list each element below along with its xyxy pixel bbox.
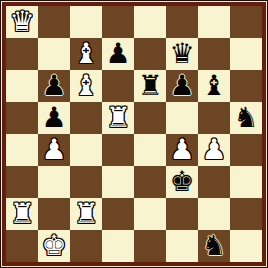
square-h4[interactable]: [230, 134, 262, 166]
square-b6[interactable]: ♟: [38, 70, 70, 102]
piece-white-rook: ♜: [9, 198, 34, 230]
piece-black-queen: ♛: [169, 38, 194, 70]
square-f7[interactable]: ♛: [166, 38, 198, 70]
piece-white-rook: ♜: [73, 198, 98, 230]
piece-black-pawn: ♟: [41, 102, 66, 134]
piece-black-king: ♚: [169, 166, 194, 198]
square-a1[interactable]: [6, 230, 38, 262]
piece-black-pawn: ♟: [105, 38, 130, 70]
square-h8[interactable]: [230, 6, 262, 38]
square-a4[interactable]: [6, 134, 38, 166]
square-b5[interactable]: ♟: [38, 102, 70, 134]
piece-black-pawn: ♟: [169, 70, 194, 102]
square-f1[interactable]: [166, 230, 198, 262]
square-a8[interactable]: ♛: [6, 6, 38, 38]
square-d7[interactable]: ♟: [102, 38, 134, 70]
chessboard-frame: ♛♝♟♛♟♝♜♟♝♟♜♞♟♟♟♚♜♜♚♞: [0, 0, 268, 268]
square-a2[interactable]: ♜: [6, 198, 38, 230]
piece-black-knight: ♞: [233, 102, 258, 134]
piece-black-pawn: ♟: [41, 70, 66, 102]
square-h6[interactable]: [230, 70, 262, 102]
square-e1[interactable]: [134, 230, 166, 262]
square-e6[interactable]: ♜: [134, 70, 166, 102]
piece-black-bishop: ♝: [201, 70, 226, 102]
square-g5[interactable]: [198, 102, 230, 134]
square-b7[interactable]: [38, 38, 70, 70]
square-g3[interactable]: [198, 166, 230, 198]
square-g1[interactable]: ♞: [198, 230, 230, 262]
square-f5[interactable]: [166, 102, 198, 134]
square-a3[interactable]: [6, 166, 38, 198]
square-c4[interactable]: [70, 134, 102, 166]
chessboard: ♛♝♟♛♟♝♜♟♝♟♜♞♟♟♟♚♜♜♚♞: [6, 6, 262, 262]
square-a5[interactable]: [6, 102, 38, 134]
square-c6[interactable]: ♝: [70, 70, 102, 102]
piece-white-rook: ♜: [105, 102, 130, 134]
square-h3[interactable]: [230, 166, 262, 198]
square-c7[interactable]: ♝: [70, 38, 102, 70]
piece-white-king: ♚: [41, 230, 66, 262]
square-f3[interactable]: ♚: [166, 166, 198, 198]
square-d8[interactable]: [102, 6, 134, 38]
piece-black-rook: ♜: [137, 70, 162, 102]
chessboard-inner-frame: ♛♝♟♛♟♝♜♟♝♟♜♞♟♟♟♚♜♜♚♞: [2, 2, 266, 266]
piece-white-pawn: ♟: [41, 134, 66, 166]
square-e3[interactable]: [134, 166, 166, 198]
square-h5[interactable]: ♞: [230, 102, 262, 134]
square-g7[interactable]: [198, 38, 230, 70]
square-e5[interactable]: [134, 102, 166, 134]
square-h7[interactable]: [230, 38, 262, 70]
square-c2[interactable]: ♜: [70, 198, 102, 230]
piece-white-pawn: ♟: [169, 134, 194, 166]
square-f2[interactable]: [166, 198, 198, 230]
square-h2[interactable]: [230, 198, 262, 230]
square-b8[interactable]: [38, 6, 70, 38]
square-h1[interactable]: [230, 230, 262, 262]
square-c8[interactable]: [70, 6, 102, 38]
square-c5[interactable]: [70, 102, 102, 134]
square-d6[interactable]: [102, 70, 134, 102]
piece-black-knight: ♞: [201, 230, 226, 262]
piece-white-bishop: ♝: [73, 70, 98, 102]
square-b1[interactable]: ♚: [38, 230, 70, 262]
square-f8[interactable]: [166, 6, 198, 38]
piece-white-pawn: ♟: [201, 134, 226, 166]
piece-white-queen: ♛: [9, 6, 34, 38]
square-e8[interactable]: [134, 6, 166, 38]
square-d2[interactable]: [102, 198, 134, 230]
square-b3[interactable]: [38, 166, 70, 198]
square-c3[interactable]: [70, 166, 102, 198]
square-g6[interactable]: ♝: [198, 70, 230, 102]
piece-white-bishop: ♝: [73, 38, 98, 70]
square-g2[interactable]: [198, 198, 230, 230]
square-d1[interactable]: [102, 230, 134, 262]
square-d5[interactable]: ♜: [102, 102, 134, 134]
square-b4[interactable]: ♟: [38, 134, 70, 166]
square-a6[interactable]: [6, 70, 38, 102]
square-e7[interactable]: [134, 38, 166, 70]
square-b2[interactable]: [38, 198, 70, 230]
square-g4[interactable]: ♟: [198, 134, 230, 166]
square-c1[interactable]: [70, 230, 102, 262]
square-g8[interactable]: [198, 6, 230, 38]
square-d4[interactable]: [102, 134, 134, 166]
square-f4[interactable]: ♟: [166, 134, 198, 166]
square-d3[interactable]: [102, 166, 134, 198]
square-f6[interactable]: ♟: [166, 70, 198, 102]
square-a7[interactable]: [6, 38, 38, 70]
square-e2[interactable]: [134, 198, 166, 230]
square-e4[interactable]: [134, 134, 166, 166]
